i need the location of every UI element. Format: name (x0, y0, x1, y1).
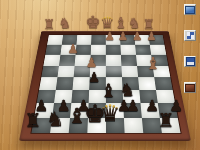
square-a5[interactable] (154, 77, 172, 89)
square-b5[interactable] (138, 77, 156, 89)
save-icon (186, 57, 195, 66)
square-g5[interactable] (56, 77, 74, 89)
black-pawn-e5[interactable]: ♟ (88, 71, 100, 85)
chess-3d-app: ♜♞♚♛♝♞♜♟♟♟♟♟♟♝♟♝♞♟♟♟♟♟♟♟♜♞♝♚♛♜ (0, 0, 200, 150)
toolbar (184, 4, 197, 93)
white-bishop-c4[interactable]: ♝ (145, 56, 160, 73)
white-pawn-a2[interactable]: ♟ (146, 31, 156, 43)
black-pawn-c7[interactable]: ♟ (126, 99, 140, 114)
white-pawn-e4[interactable]: ♟ (86, 57, 98, 70)
white-pawn-d2[interactable]: ♟ (104, 31, 114, 43)
monitor-icon (185, 6, 195, 14)
black-bishop-d6[interactable]: ♝ (101, 82, 118, 100)
black-queen-d8[interactable]: ♛ (100, 102, 121, 125)
white-pawn-f3[interactable]: ♟ (68, 43, 79, 55)
board-icon (187, 32, 194, 39)
black-knight-g8[interactable]: ♞ (46, 109, 64, 129)
square-a2[interactable] (150, 44, 167, 54)
white-king-e1[interactable]: ♚ (85, 14, 100, 31)
box-icon (185, 84, 195, 92)
black-rook-h8[interactable]: ♜ (25, 111, 42, 130)
square-e2[interactable] (91, 44, 106, 54)
toolbar-button-4[interactable] (184, 82, 196, 93)
white-rook-h1[interactable]: ♜ (43, 18, 55, 31)
square-h1[interactable] (47, 35, 63, 45)
white-pawn-b2[interactable]: ♟ (132, 31, 142, 43)
white-knight-g1[interactable]: ♞ (59, 17, 71, 31)
toolbar-button-3[interactable] (184, 56, 196, 67)
square-b2[interactable] (135, 44, 151, 54)
white-pawn-c2[interactable]: ♟ (118, 31, 128, 43)
square-f1[interactable] (76, 35, 91, 45)
square-c8[interactable] (124, 117, 143, 132)
square-h5[interactable] (39, 77, 57, 89)
black-rook-a8[interactable]: ♜ (158, 111, 175, 130)
square-d2[interactable] (106, 44, 121, 54)
square-h2[interactable] (45, 44, 61, 54)
toolbar-button-2[interactable] (184, 30, 196, 41)
toolbar-button-1[interactable] (184, 4, 196, 15)
square-c2[interactable] (120, 44, 136, 54)
